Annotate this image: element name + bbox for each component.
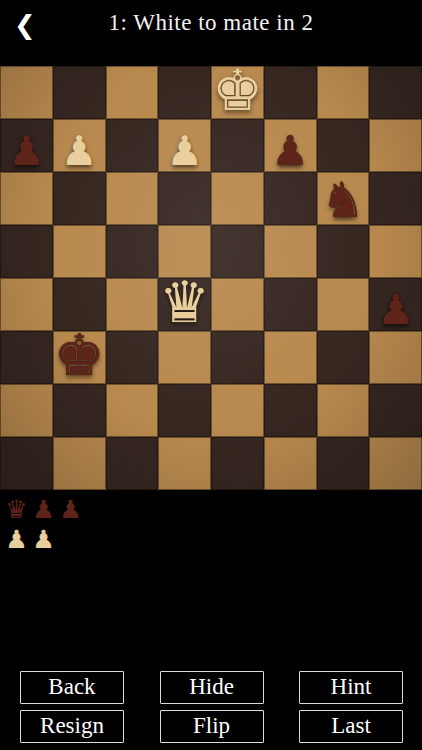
- square-f4[interactable]: [264, 278, 317, 331]
- hide-button[interactable]: Hide: [160, 671, 264, 704]
- square-h4[interactable]: ♟: [369, 278, 422, 331]
- square-c1[interactable]: [106, 437, 159, 490]
- white-king-e8[interactable]: ♚: [212, 62, 263, 119]
- control-buttons: BackHideHint ResignFlipLast: [0, 671, 422, 749]
- page-title: 1: White to mate in 2: [0, 10, 422, 36]
- square-g7[interactable]: [317, 119, 370, 172]
- square-g3[interactable]: [317, 331, 370, 384]
- control-row-2: ResignFlipLast: [0, 710, 422, 743]
- captured-white-pawn: ♟: [3, 527, 30, 552]
- square-d2[interactable]: [158, 384, 211, 437]
- square-b3[interactable]: ♚: [53, 331, 106, 384]
- square-f1[interactable]: [264, 437, 317, 490]
- square-b1[interactable]: [53, 437, 106, 490]
- control-row-1: BackHideHint: [0, 671, 422, 704]
- captured-black-pawn: ♟: [57, 497, 84, 522]
- square-c7[interactable]: [106, 119, 159, 172]
- chess-puzzle-app: ❮ 1: White to mate in 2 ♚♟♟♟♟♞♛♟♚ ♛♟♟ ♟♟…: [0, 0, 422, 750]
- square-e8[interactable]: ♚: [211, 66, 264, 119]
- black-pawn-f7[interactable]: ♟: [272, 131, 309, 172]
- flip-button[interactable]: Flip: [160, 710, 264, 743]
- square-h8[interactable]: [369, 66, 422, 119]
- square-f6[interactable]: [264, 172, 317, 225]
- square-d7[interactable]: ♟: [158, 119, 211, 172]
- captured-white-row: ♟♟: [3, 522, 419, 552]
- square-e4[interactable]: [211, 278, 264, 331]
- square-d3[interactable]: [158, 331, 211, 384]
- square-a4[interactable]: [0, 278, 53, 331]
- square-e6[interactable]: [211, 172, 264, 225]
- square-e7[interactable]: [211, 119, 264, 172]
- square-b7[interactable]: ♟: [53, 119, 106, 172]
- square-e1[interactable]: [211, 437, 264, 490]
- black-knight-g6[interactable]: ♞: [321, 176, 365, 225]
- square-a6[interactable]: [0, 172, 53, 225]
- square-g4[interactable]: [317, 278, 370, 331]
- square-h5[interactable]: [369, 225, 422, 278]
- square-b5[interactable]: [53, 225, 106, 278]
- square-d6[interactable]: [158, 172, 211, 225]
- square-f7[interactable]: ♟: [264, 119, 317, 172]
- chess-board: ♚♟♟♟♟♞♛♟♚: [0, 66, 422, 490]
- back-button[interactable]: Back: [20, 671, 124, 704]
- square-f5[interactable]: [264, 225, 317, 278]
- white-queen-d4[interactable]: ♛: [159, 274, 210, 331]
- square-b8[interactable]: [53, 66, 106, 119]
- square-a5[interactable]: [0, 225, 53, 278]
- resign-button[interactable]: Resign: [20, 710, 124, 743]
- black-pawn-a7[interactable]: ♟: [8, 131, 45, 172]
- square-h6[interactable]: [369, 172, 422, 225]
- square-b6[interactable]: [53, 172, 106, 225]
- square-e3[interactable]: [211, 331, 264, 384]
- hint-button[interactable]: Hint: [299, 671, 403, 704]
- square-b2[interactable]: [53, 384, 106, 437]
- square-h2[interactable]: [369, 384, 422, 437]
- last-button[interactable]: Last: [299, 710, 403, 743]
- square-g5[interactable]: [317, 225, 370, 278]
- square-f2[interactable]: [264, 384, 317, 437]
- black-king-b3[interactable]: ♚: [54, 327, 105, 384]
- square-a1[interactable]: [0, 437, 53, 490]
- captured-black-pawn: ♟: [30, 497, 57, 522]
- square-d1[interactable]: [158, 437, 211, 490]
- square-c8[interactable]: [106, 66, 159, 119]
- square-e2[interactable]: [211, 384, 264, 437]
- square-c6[interactable]: [106, 172, 159, 225]
- square-c2[interactable]: [106, 384, 159, 437]
- square-h7[interactable]: [369, 119, 422, 172]
- square-a2[interactable]: [0, 384, 53, 437]
- square-f3[interactable]: [264, 331, 317, 384]
- captured-black-row: ♛♟♟: [3, 492, 419, 522]
- square-h1[interactable]: [369, 437, 422, 490]
- square-c4[interactable]: [106, 278, 159, 331]
- square-e5[interactable]: [211, 225, 264, 278]
- white-pawn-d7[interactable]: ♟: [166, 131, 203, 172]
- square-h3[interactable]: [369, 331, 422, 384]
- captured-black-queen: ♛: [3, 497, 30, 522]
- square-g2[interactable]: [317, 384, 370, 437]
- square-a8[interactable]: [0, 66, 53, 119]
- square-a7[interactable]: ♟: [0, 119, 53, 172]
- square-a3[interactable]: [0, 331, 53, 384]
- captured-pieces-tray: ♛♟♟ ♟♟: [3, 492, 419, 552]
- square-g1[interactable]: [317, 437, 370, 490]
- square-d4[interactable]: ♛: [158, 278, 211, 331]
- square-g8[interactable]: [317, 66, 370, 119]
- square-f8[interactable]: [264, 66, 317, 119]
- square-c5[interactable]: [106, 225, 159, 278]
- captured-white-pawn: ♟: [30, 527, 57, 552]
- black-pawn-h4[interactable]: ♟: [377, 290, 414, 331]
- square-c3[interactable]: [106, 331, 159, 384]
- white-pawn-b7[interactable]: ♟: [61, 131, 98, 172]
- square-g6[interactable]: ♞: [317, 172, 370, 225]
- square-d8[interactable]: [158, 66, 211, 119]
